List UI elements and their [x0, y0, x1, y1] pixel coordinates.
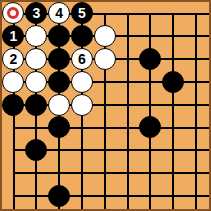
black-stone-2-7	[25, 139, 47, 161]
go-board-diagram: 345126	[0, 0, 211, 211]
black-stone-1-5	[2, 94, 24, 116]
move-number: 3	[32, 6, 40, 20]
white-stone-2-2	[25, 25, 47, 47]
circle-marker-icon	[7, 7, 19, 19]
black-stone-3-3	[48, 48, 70, 70]
white-stone-5-3	[94, 48, 116, 70]
white-stone-2-4	[25, 71, 47, 93]
black-stone-3-6	[48, 116, 70, 138]
black-stone-4-2	[71, 25, 93, 47]
white-stone-move-6-4-3: 6	[71, 48, 93, 70]
white-stone-3-5	[48, 94, 70, 116]
black-stone-3-9	[48, 185, 70, 207]
move-number: 2	[10, 52, 18, 66]
move-number: 1	[10, 29, 18, 43]
black-stone-move-3-2-1: 3	[25, 2, 47, 24]
black-stone-7-3	[139, 48, 161, 70]
move-number: 6	[78, 52, 86, 66]
white-stone-4-4	[71, 71, 93, 93]
white-stone-5-2	[94, 25, 116, 47]
black-stone-move-1-1-2: 1	[2, 25, 24, 47]
white-stone-4-5	[71, 94, 93, 116]
black-stone-8-4	[162, 71, 184, 93]
white-stone-move-4-3-1: 4	[48, 2, 70, 24]
black-stone-3-2	[48, 25, 70, 47]
black-stone-move-5-4-1: 5	[71, 2, 93, 24]
stone-grid: 345126	[2, 2, 207, 207]
move-number: 5	[78, 6, 86, 20]
black-stone-3-4	[48, 71, 70, 93]
white-stone-1-4	[2, 71, 24, 93]
white-stone-move-2-1-3: 2	[2, 48, 24, 70]
white-stone-circled-1-1	[2, 2, 24, 24]
black-stone-2-5	[25, 94, 47, 116]
black-stone-7-6	[139, 116, 161, 138]
move-number: 4	[55, 6, 63, 20]
white-stone-2-3	[25, 48, 47, 70]
